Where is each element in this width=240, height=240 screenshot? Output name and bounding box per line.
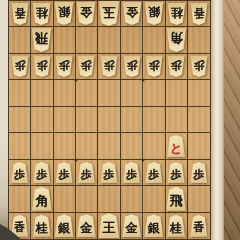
piece-kanji: 歩 (81, 168, 92, 179)
square-3i[interactable]: 銀 (143, 213, 165, 239)
square-7f[interactable] (54, 133, 76, 159)
square-3a[interactable]: 銀 (143, 1, 165, 27)
square-1c[interactable]: 歩 (188, 54, 210, 80)
square-5g[interactable]: 歩 (98, 160, 121, 186)
square-5d[interactable] (98, 80, 121, 106)
piece-black-pawn[interactable]: 歩 (55, 162, 73, 183)
square-5a[interactable]: 玉 (98, 1, 121, 27)
square-7c[interactable]: 歩 (54, 54, 76, 80)
square-5c[interactable]: 歩 (98, 54, 121, 80)
piece-white-pawn[interactable]: 歩 (123, 56, 141, 77)
piece-kanji: 香 (193, 222, 204, 233)
square-1d[interactable] (188, 80, 210, 106)
star-point (74, 158, 77, 161)
square-1g[interactable]: 歩 (188, 160, 210, 186)
piece-black-gold[interactable]: 金 (76, 214, 96, 237)
piece-white-rook[interactable]: 飛 (31, 28, 52, 52)
square-2g[interactable]: 歩 (166, 160, 188, 186)
piece-kanji: 香 (14, 222, 25, 233)
square-6f[interactable] (76, 133, 98, 159)
square-9d[interactable] (9, 80, 31, 106)
piece-black-knight[interactable]: 桂 (32, 215, 51, 237)
piece-white-pawn[interactable]: 歩 (167, 56, 185, 77)
square-1i[interactable]: 香 (188, 213, 210, 239)
piece-white-pawn[interactable]: 歩 (33, 56, 51, 77)
piece-black-gold[interactable]: 金 (122, 214, 142, 237)
square-6c[interactable]: 歩 (76, 54, 98, 80)
square-8i[interactable]: 桂 (31, 213, 53, 239)
piece-white-pawn[interactable]: 歩 (11, 56, 29, 77)
piece-kanji: 歩 (126, 168, 137, 179)
piece-kanji: 飛 (170, 194, 183, 207)
square-7g[interactable]: 歩 (54, 160, 76, 186)
square-7e[interactable] (54, 107, 76, 133)
square-2i[interactable]: 桂 (166, 213, 188, 239)
square-8a[interactable]: 桂 (31, 1, 53, 27)
piece-kanji: 桂 (36, 221, 48, 233)
star-point (141, 158, 144, 161)
square-2c[interactable]: 歩 (166, 54, 188, 80)
piece-kanji: 飛 (35, 32, 48, 45)
piece-black-pawn[interactable]: 歩 (11, 162, 29, 183)
piece-black-king[interactable]: 王 (98, 213, 120, 238)
square-9e[interactable] (9, 107, 31, 133)
square-8b[interactable]: 飛 (31, 27, 53, 53)
piece-kanji: 銀 (58, 6, 70, 18)
piece-white-pawn[interactable]: 歩 (190, 56, 208, 77)
piece-kanji: 歩 (104, 60, 115, 71)
piece-kanji: 歩 (36, 168, 47, 179)
piece-kanji: 歩 (14, 60, 25, 71)
square-6i[interactable]: 金 (76, 213, 98, 239)
square-8g[interactable]: 歩 (31, 160, 53, 186)
square-5f[interactable] (98, 133, 121, 159)
piece-kanji: 銀 (58, 221, 70, 233)
square-6h[interactable] (76, 186, 98, 212)
piece-black-tokin[interactable]: と (167, 135, 186, 157)
square-5e[interactable] (98, 107, 121, 133)
piece-black-silver[interactable]: 銀 (54, 214, 74, 237)
board-right-edge (211, 0, 224, 240)
piece-black-pawn[interactable]: 歩 (167, 162, 185, 183)
piece-white-gold[interactable]: 金 (122, 2, 142, 25)
piece-kanji: 歩 (59, 168, 70, 179)
board-left-edge (0, 0, 8, 240)
square-6b[interactable] (76, 27, 98, 53)
piece-black-bishop[interactable]: 角 (31, 187, 52, 211)
star-point (141, 79, 144, 82)
piece-black-knight[interactable]: 桂 (167, 215, 186, 237)
square-3b[interactable] (143, 27, 165, 53)
piece-white-knight[interactable]: 桂 (32, 3, 51, 25)
square-5i[interactable]: 王 (98, 213, 121, 239)
square-4e[interactable] (121, 107, 143, 133)
square-9b[interactable] (9, 27, 31, 53)
piece-black-pawn[interactable]: 歩 (100, 162, 118, 183)
square-9f[interactable] (9, 133, 31, 159)
square-6g[interactable]: 歩 (76, 160, 98, 186)
square-7i[interactable]: 銀 (54, 213, 76, 239)
piece-kanji: 金 (80, 6, 92, 18)
piece-kanji: 歩 (171, 168, 182, 179)
square-4g[interactable]: 歩 (121, 160, 143, 186)
piece-white-pawn[interactable]: 歩 (100, 56, 118, 77)
piece-white-bishop[interactable]: 角 (166, 28, 187, 52)
star-point (74, 79, 77, 82)
square-6e[interactable] (76, 107, 98, 133)
piece-kanji: 金 (126, 221, 138, 233)
piece-kanji: 歩 (104, 168, 115, 179)
square-3c[interactable]: 歩 (143, 54, 165, 80)
piece-kanji: 歩 (148, 168, 159, 179)
piece-kanji: と (170, 141, 182, 153)
piece-white-knight[interactable]: 桂 (167, 3, 186, 25)
piece-kanji: 歩 (59, 60, 70, 71)
square-3h[interactable] (143, 186, 165, 212)
square-7h[interactable] (54, 186, 76, 212)
square-9g[interactable]: 歩 (9, 160, 31, 186)
square-4a[interactable]: 金 (121, 1, 143, 27)
piece-kanji: 桂 (170, 6, 182, 18)
square-2h[interactable]: 飛 (166, 186, 188, 212)
square-4d[interactable] (121, 80, 143, 106)
square-3e[interactable] (143, 107, 165, 133)
piece-kanji: 玉 (103, 6, 116, 19)
square-1b[interactable] (188, 27, 210, 53)
square-2d[interactable] (166, 80, 188, 106)
piece-kanji: 金 (80, 221, 92, 233)
piece-white-lance[interactable]: 香 (190, 3, 208, 25)
piece-kanji: 歩 (148, 60, 159, 71)
square-6d[interactable] (76, 80, 98, 106)
square-7b[interactable] (54, 27, 76, 53)
square-8e[interactable] (31, 107, 53, 133)
piece-kanji: 王 (103, 221, 116, 234)
shogi-photo: 香桂銀金玉金銀桂香飛角歩歩歩歩歩歩歩歩歩と歩歩歩歩歩歩歩歩歩角飛香桂銀金王金銀桂… (0, 0, 240, 240)
square-4h[interactable] (121, 186, 143, 212)
piece-kanji: 歩 (193, 60, 204, 71)
square-4i[interactable]: 金 (121, 213, 143, 239)
piece-black-rook[interactable]: 飛 (166, 187, 187, 211)
piece-black-pawn[interactable]: 歩 (33, 162, 51, 183)
square-8d[interactable] (31, 80, 53, 106)
piece-kanji: 角 (35, 194, 48, 207)
square-9h[interactable] (9, 186, 31, 212)
square-3d[interactable] (143, 80, 165, 106)
piece-kanji: 角 (170, 32, 183, 45)
square-9c[interactable]: 歩 (9, 54, 31, 80)
square-7d[interactable] (54, 80, 76, 106)
shogi-board: 香桂銀金玉金銀桂香飛角歩歩歩歩歩歩歩歩歩と歩歩歩歩歩歩歩歩歩角飛香桂銀金王金銀桂… (8, 0, 211, 240)
piece-black-silver[interactable]: 銀 (144, 214, 164, 237)
square-2a[interactable]: 桂 (166, 1, 188, 27)
piece-white-pawn[interactable]: 歩 (145, 56, 163, 77)
piece-kanji: 銀 (148, 221, 160, 233)
square-7a[interactable]: 銀 (54, 1, 76, 27)
square-5h[interactable] (98, 186, 121, 212)
square-4b[interactable] (121, 27, 143, 53)
piece-kanji: 香 (14, 7, 25, 18)
piece-white-king[interactable]: 玉 (98, 1, 120, 26)
square-3f[interactable] (143, 133, 165, 159)
piece-kanji: 銀 (148, 6, 160, 18)
square-2e[interactable] (166, 107, 188, 133)
piece-white-lance[interactable]: 香 (11, 3, 29, 25)
piece-black-pawn[interactable]: 歩 (77, 162, 95, 183)
square-1h[interactable] (188, 186, 210, 212)
square-4f[interactable] (121, 133, 143, 159)
square-2f[interactable]: と (166, 133, 188, 159)
square-1e[interactable] (188, 107, 210, 133)
piece-kanji: 桂 (170, 221, 182, 233)
square-8h[interactable]: 角 (31, 186, 53, 212)
piece-kanji: 歩 (81, 60, 92, 71)
square-4c[interactable]: 歩 (121, 54, 143, 80)
piece-white-gold[interactable]: 金 (76, 2, 96, 25)
piece-kanji: 桂 (36, 6, 48, 18)
piece-black-pawn[interactable]: 歩 (190, 162, 208, 183)
piece-white-silver[interactable]: 銀 (54, 2, 74, 25)
square-5b[interactable] (98, 27, 121, 53)
piece-kanji: 歩 (36, 60, 47, 71)
table-surface (224, 0, 240, 240)
square-3g[interactable]: 歩 (143, 160, 165, 186)
piece-kanji: 金 (126, 6, 138, 18)
square-6a[interactable]: 金 (76, 1, 98, 27)
piece-white-pawn[interactable]: 歩 (55, 56, 73, 77)
square-2b[interactable]: 角 (166, 27, 188, 53)
piece-black-lance[interactable]: 香 (190, 215, 208, 237)
piece-white-silver[interactable]: 銀 (144, 2, 164, 25)
piece-black-pawn[interactable]: 歩 (123, 162, 141, 183)
piece-kanji: 香 (193, 7, 204, 18)
piece-white-pawn[interactable]: 歩 (77, 56, 95, 77)
square-8f[interactable] (31, 133, 53, 159)
square-1a[interactable]: 香 (188, 1, 210, 27)
piece-kanji: 歩 (14, 168, 25, 179)
piece-kanji: 歩 (171, 60, 182, 71)
piece-kanji: 歩 (193, 168, 204, 179)
square-8c[interactable]: 歩 (31, 54, 53, 80)
piece-kanji: 歩 (126, 60, 137, 71)
piece-black-pawn[interactable]: 歩 (145, 162, 163, 183)
square-1f[interactable] (188, 133, 210, 159)
square-9a[interactable]: 香 (9, 1, 31, 27)
